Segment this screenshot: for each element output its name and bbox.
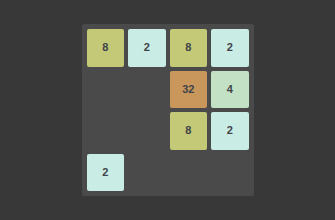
- tile-2-r3c4: 2: [211, 112, 249, 150]
- empty-cell-r4c2: [128, 154, 166, 192]
- empty-cell-r3c1: [87, 112, 125, 150]
- tile-8-r3c3: 8: [170, 112, 208, 150]
- board-2048[interactable]: 8282324822: [82, 24, 254, 196]
- empty-cell-r4c3: [170, 154, 208, 192]
- empty-cell-r2c1: [87, 71, 125, 109]
- tile-2-r4c1: 2: [87, 154, 125, 192]
- tile-2-r1c2: 2: [128, 29, 166, 67]
- tile-2-r1c4: 2: [211, 29, 249, 67]
- empty-cell-r4c4: [211, 154, 249, 192]
- game-stage: 8282324822: [0, 0, 335, 220]
- empty-cell-r2c2: [128, 71, 166, 109]
- tile-8-r1c1: 8: [87, 29, 125, 67]
- tile-4-r2c4: 4: [211, 71, 249, 109]
- tile-8-r1c3: 8: [170, 29, 208, 67]
- tile-32-r2c3: 32: [170, 71, 208, 109]
- empty-cell-r3c2: [128, 112, 166, 150]
